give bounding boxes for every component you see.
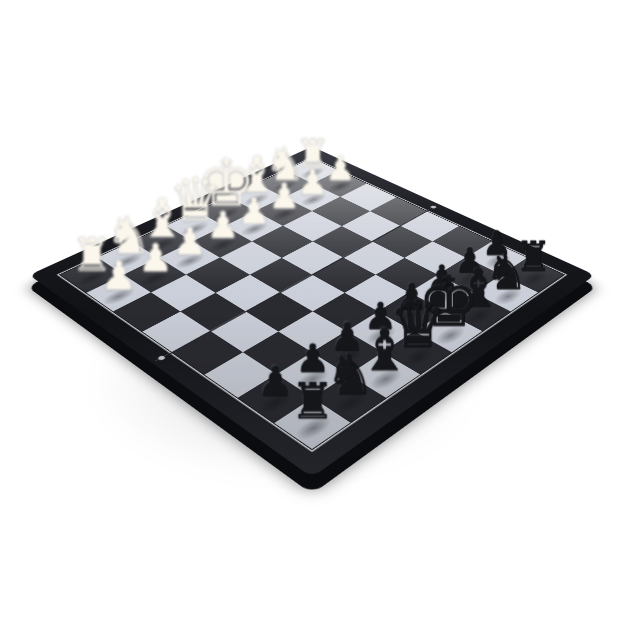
white-pawn: ♟ [238, 192, 271, 228]
chess-board: ♜♞♝♛♚♝♞♜♟♟♟♟♟♟♟♟♟♟♟♟♟♟♟♟♜♞♝♛♚♝♞♜ [29, 147, 595, 478]
white-pawn: ♟ [325, 152, 355, 186]
white-pawn: ♟ [101, 255, 137, 295]
board-playing-area: ♜♞♝♛♚♝♞♜♟♟♟♟♟♟♟♟♟♟♟♟♟♟♟♟♜♞♝♛♚♝♞♜ [60, 158, 564, 449]
black-pawn: ♟ [258, 361, 294, 401]
white-pawn: ♟ [297, 165, 328, 200]
white-pawn: ♟ [268, 178, 300, 213]
black-rook: ♜ [290, 376, 335, 426]
chess-set-product-photo: ♜♞♝♛♚♝♞♜♟♟♟♟♟♟♟♟♟♟♟♟♟♟♟♟♜♞♝♛♚♝♞♜ [0, 0, 640, 640]
white-pawn: ♟ [206, 207, 239, 244]
white-pawn: ♟ [138, 238, 173, 277]
perspective-scene: ♜♞♝♛♚♝♞♜♟♟♟♟♟♟♟♟♟♟♟♟♟♟♟♟♜♞♝♛♚♝♞♜ [0, 0, 640, 640]
white-pawn: ♟ [173, 222, 207, 260]
